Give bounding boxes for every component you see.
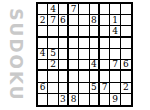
cell-r6c7[interactable] bbox=[100, 60, 110, 71]
cell-r4c8[interactable] bbox=[110, 38, 120, 49]
cell-r8c4[interactable] bbox=[69, 83, 79, 94]
given-digit: 7 bbox=[112, 60, 118, 69]
cell-r9c8[interactable]: 9 bbox=[110, 94, 120, 105]
cell-r6c8[interactable]: 7 bbox=[110, 60, 120, 71]
cell-r9c4[interactable]: 8 bbox=[69, 94, 79, 105]
cell-r7c2[interactable] bbox=[48, 71, 58, 82]
cell-r2c9[interactable] bbox=[121, 15, 131, 26]
cell-r2c8[interactable]: 1 bbox=[110, 15, 120, 26]
given-digit: 9 bbox=[112, 95, 118, 104]
given-digit: 7 bbox=[102, 83, 108, 92]
cell-r8c3[interactable] bbox=[59, 83, 69, 94]
cell-r1c3[interactable] bbox=[59, 4, 69, 15]
cell-r7c9[interactable] bbox=[121, 71, 131, 82]
cell-r7c6[interactable] bbox=[90, 71, 100, 82]
given-digit: 6 bbox=[40, 83, 46, 92]
cell-r1c8[interactable] bbox=[110, 4, 120, 15]
cell-r2c3[interactable]: 6 bbox=[59, 15, 69, 26]
cell-r9c5[interactable] bbox=[79, 94, 89, 105]
cell-r3c8[interactable]: 4 bbox=[110, 26, 120, 37]
cell-r4c1[interactable] bbox=[38, 38, 48, 49]
cell-r8c8[interactable] bbox=[110, 83, 120, 94]
sudoku-watermark: SUDOKU bbox=[6, 0, 26, 110]
given-digit: 4 bbox=[40, 49, 46, 58]
cell-r4c4[interactable] bbox=[69, 38, 79, 49]
cell-r3c1[interactable] bbox=[38, 26, 48, 37]
cell-r2c5[interactable] bbox=[79, 15, 89, 26]
cell-r6c6[interactable]: 4 bbox=[90, 60, 100, 71]
cell-r4c9[interactable] bbox=[121, 38, 131, 49]
cell-r2c1[interactable]: 2 bbox=[38, 15, 48, 26]
given-digit: 4 bbox=[50, 5, 56, 14]
cell-r5c4[interactable] bbox=[69, 49, 79, 60]
cell-r6c4[interactable] bbox=[69, 60, 79, 71]
cell-r2c2[interactable]: 7 bbox=[48, 15, 58, 26]
sudoku-board: 472768144524766572389 bbox=[36, 2, 133, 107]
cell-r9c1[interactable] bbox=[38, 94, 48, 105]
cell-r3c6[interactable] bbox=[90, 26, 100, 37]
cell-r8c6[interactable]: 5 bbox=[90, 83, 100, 94]
given-digit: 2 bbox=[50, 60, 56, 69]
cell-r6c9[interactable]: 6 bbox=[121, 60, 131, 71]
cell-r9c2[interactable] bbox=[48, 94, 58, 105]
cell-r8c9[interactable]: 2 bbox=[121, 83, 131, 94]
cell-r3c4[interactable] bbox=[69, 26, 79, 37]
sudoku-screenshot: SUDOKU 472768144524766572389 bbox=[0, 0, 150, 110]
cell-r4c3[interactable] bbox=[59, 38, 69, 49]
cell-r5c3[interactable] bbox=[59, 49, 69, 60]
cell-r6c1[interactable] bbox=[38, 60, 48, 71]
cell-r8c2[interactable] bbox=[48, 83, 58, 94]
cell-r1c1[interactable] bbox=[38, 4, 48, 15]
cell-r9c3[interactable]: 3 bbox=[59, 94, 69, 105]
cell-r3c9[interactable] bbox=[121, 26, 131, 37]
cell-r9c9[interactable] bbox=[121, 94, 131, 105]
cell-r6c3[interactable] bbox=[59, 60, 69, 71]
given-digit: 6 bbox=[123, 60, 129, 69]
given-digit: 8 bbox=[91, 16, 97, 25]
cell-r2c7[interactable] bbox=[100, 15, 110, 26]
cell-r1c6[interactable] bbox=[90, 4, 100, 15]
cell-r4c5[interactable] bbox=[79, 38, 89, 49]
given-digit: 6 bbox=[60, 16, 66, 25]
given-digit: 4 bbox=[112, 27, 118, 36]
given-digit: 8 bbox=[71, 95, 77, 104]
cell-r6c5[interactable] bbox=[79, 60, 89, 71]
cell-r8c5[interactable] bbox=[79, 83, 89, 94]
cell-r9c6[interactable] bbox=[90, 94, 100, 105]
cell-r3c2[interactable] bbox=[48, 26, 58, 37]
given-digit: 4 bbox=[91, 60, 97, 69]
cell-r7c3[interactable] bbox=[59, 71, 69, 82]
cell-r7c4[interactable] bbox=[69, 71, 79, 82]
cell-r7c1[interactable] bbox=[38, 71, 48, 82]
cell-r7c7[interactable] bbox=[100, 71, 110, 82]
cell-r8c1[interactable]: 6 bbox=[38, 83, 48, 94]
cell-r3c7[interactable] bbox=[100, 26, 110, 37]
cell-r1c4[interactable]: 7 bbox=[69, 4, 79, 15]
cell-r1c2[interactable]: 4 bbox=[48, 4, 58, 15]
cell-r4c2[interactable] bbox=[48, 38, 58, 49]
cell-r2c6[interactable]: 8 bbox=[90, 15, 100, 26]
cell-r1c5[interactable] bbox=[79, 4, 89, 15]
cell-r4c7[interactable] bbox=[100, 38, 110, 49]
cell-r5c1[interactable]: 4 bbox=[38, 49, 48, 60]
cell-r9c7[interactable] bbox=[100, 94, 110, 105]
cell-r8c7[interactable]: 7 bbox=[100, 83, 110, 94]
cell-r5c7[interactable] bbox=[100, 49, 110, 60]
cell-r7c5[interactable] bbox=[79, 71, 89, 82]
cell-r1c9[interactable] bbox=[121, 4, 131, 15]
cell-r2c4[interactable] bbox=[69, 15, 79, 26]
given-digit: 7 bbox=[50, 16, 56, 25]
given-digit: 7 bbox=[71, 5, 77, 14]
given-digit: 1 bbox=[112, 16, 118, 25]
given-digit: 2 bbox=[123, 83, 129, 92]
cell-r3c3[interactable] bbox=[59, 26, 69, 37]
cell-r1c7[interactable] bbox=[100, 4, 110, 15]
cell-r3c5[interactable] bbox=[79, 26, 89, 37]
cell-r4c6[interactable] bbox=[90, 38, 100, 49]
given-digit: 2 bbox=[40, 16, 46, 25]
cell-r6c2[interactable]: 2 bbox=[48, 60, 58, 71]
cell-r5c5[interactable] bbox=[79, 49, 89, 60]
given-digit: 3 bbox=[60, 95, 66, 104]
given-digit: 5 bbox=[91, 83, 97, 92]
cell-r7c8[interactable] bbox=[110, 71, 120, 82]
given-digit: 5 bbox=[50, 49, 56, 58]
